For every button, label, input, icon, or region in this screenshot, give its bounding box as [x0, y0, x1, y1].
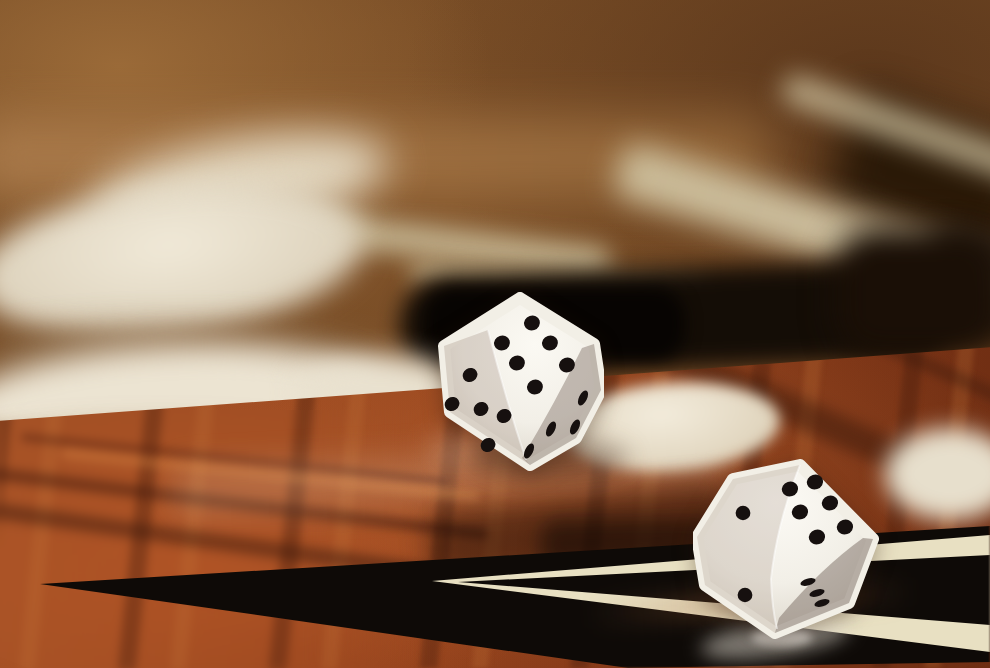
resting-die — [693, 453, 885, 645]
tumbling-die — [434, 290, 604, 472]
black-checker-right — [835, 228, 990, 358]
backgammon-dice-photo — [0, 0, 990, 668]
